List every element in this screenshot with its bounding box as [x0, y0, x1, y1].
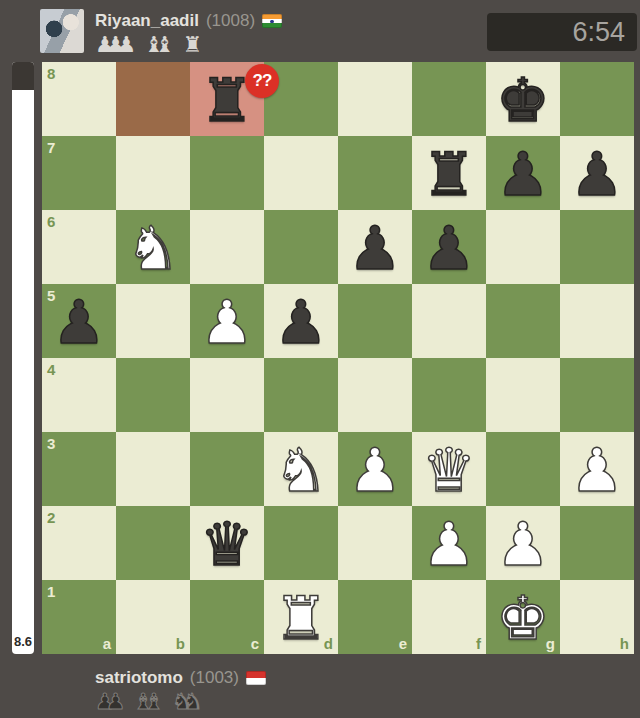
square-a5[interactable]: 5♟: [42, 284, 116, 358]
top-player-bar: Riyaan_aadil (1008) ♟♟♟♝♝♜ 6:54: [0, 0, 640, 62]
square-d3[interactable]: ♞: [264, 432, 338, 506]
square-e3[interactable]: ♟: [338, 432, 412, 506]
square-g1[interactable]: g♚: [486, 580, 560, 654]
piece-white-pawn-g2[interactable]: ♟: [486, 506, 560, 580]
piece-black-queen-c2[interactable]: ♛: [190, 506, 264, 580]
piece-white-pawn-f2[interactable]: ♟: [412, 506, 486, 580]
square-g2[interactable]: ♟: [486, 506, 560, 580]
square-e5[interactable]: [338, 284, 412, 358]
square-h6[interactable]: [560, 210, 634, 284]
square-c5[interactable]: ♟: [190, 284, 264, 358]
piece-black-pawn-h7[interactable]: ♟: [560, 136, 634, 210]
square-a1[interactable]: 1a: [42, 580, 116, 654]
square-h2[interactable]: [560, 506, 634, 580]
square-f4[interactable]: [412, 358, 486, 432]
square-d6[interactable]: [264, 210, 338, 284]
square-c4[interactable]: [190, 358, 264, 432]
top-player-avatar[interactable]: [40, 9, 84, 53]
square-b5[interactable]: [116, 284, 190, 358]
captured-bishop-icon: ♝: [144, 690, 164, 714]
piece-white-knight-d3[interactable]: ♞: [264, 432, 338, 506]
square-g5[interactable]: [486, 284, 560, 358]
piece-white-queen-f3[interactable]: ♛: [412, 432, 486, 506]
top-player-info[interactable]: Riyaan_aadil (1008) ♟♟♟♝♝♜: [95, 11, 282, 57]
evaluation-bar: 8.6: [12, 62, 34, 654]
square-e6[interactable]: ♟: [338, 210, 412, 284]
bottom-captured-pieces: ♟♟♝♝♞♞: [95, 690, 266, 714]
file-label-e: e: [399, 636, 407, 651]
square-h8[interactable]: [560, 62, 634, 136]
piece-black-king-g8[interactable]: ♚: [486, 62, 560, 136]
square-a4[interactable]: 4: [42, 358, 116, 432]
square-f8[interactable]: [412, 62, 486, 136]
square-c1[interactable]: c: [190, 580, 264, 654]
piece-white-rook-d1[interactable]: ♜: [264, 580, 338, 654]
bottom-player-rating: (1003): [190, 668, 239, 688]
top-player-name: Riyaan_aadil: [95, 11, 199, 31]
square-d5[interactable]: ♟: [264, 284, 338, 358]
file-label-a: a: [103, 636, 111, 651]
captured-group-pawn: ♟♟♟: [95, 33, 136, 57]
square-b4[interactable]: [116, 358, 190, 432]
captured-group-knight: ♞♞: [172, 690, 202, 714]
square-c6[interactable]: [190, 210, 264, 284]
square-d7[interactable]: [264, 136, 338, 210]
indonesia-flag-icon: [246, 671, 266, 685]
piece-white-pawn-h3[interactable]: ♟: [560, 432, 634, 506]
square-a2[interactable]: 2: [42, 506, 116, 580]
captured-bishop-icon: ♝: [155, 33, 175, 57]
rank-label-8: 8: [47, 66, 55, 81]
square-g6[interactable]: [486, 210, 560, 284]
square-b6[interactable]: ♞: [116, 210, 190, 284]
top-player-rating: (1008): [206, 11, 255, 31]
square-c2[interactable]: ♛: [190, 506, 264, 580]
rank-label-2: 2: [47, 510, 55, 525]
square-b3[interactable]: [116, 432, 190, 506]
captured-pawn-icon: ♟: [116, 33, 136, 57]
rank-label-3: 3: [47, 436, 55, 451]
square-b2[interactable]: [116, 506, 190, 580]
rank-label-6: 6: [47, 214, 55, 229]
bottom-player-name: satriotomo: [95, 668, 183, 688]
square-e2[interactable]: [338, 506, 412, 580]
square-f6[interactable]: ♟: [412, 210, 486, 284]
rank-label-4: 4: [47, 362, 55, 377]
file-label-f: f: [476, 636, 481, 651]
square-f1[interactable]: f: [412, 580, 486, 654]
piece-black-pawn-d5[interactable]: ♟: [264, 284, 338, 358]
file-label-h: h: [620, 636, 629, 651]
blunder-badge: ??: [245, 64, 279, 98]
top-clock-time: 6:54: [572, 17, 625, 48]
evaluation-score: 8.6: [12, 634, 34, 649]
square-h4[interactable]: [560, 358, 634, 432]
rank-label-7: 7: [47, 140, 55, 155]
square-b8[interactable]: [116, 62, 190, 136]
square-a6[interactable]: 6: [42, 210, 116, 284]
square-d2[interactable]: [264, 506, 338, 580]
square-g7[interactable]: ♟: [486, 136, 560, 210]
square-a3[interactable]: 3: [42, 432, 116, 506]
square-h3[interactable]: ♟: [560, 432, 634, 506]
piece-white-knight-b6[interactable]: ♞: [116, 210, 190, 284]
captured-group-pawn: ♟♟: [95, 690, 125, 714]
square-d4[interactable]: [264, 358, 338, 432]
square-e1[interactable]: e: [338, 580, 412, 654]
piece-black-pawn-f6[interactable]: ♟: [412, 210, 486, 284]
top-player-clock: 6:54: [487, 13, 637, 51]
rank-label-1: 1: [47, 584, 55, 599]
piece-black-pawn-e6[interactable]: ♟: [338, 210, 412, 284]
file-label-b: b: [176, 636, 185, 651]
captured-group-bishop: ♝♝: [133, 690, 163, 714]
piece-white-pawn-e3[interactable]: ♟: [338, 432, 412, 506]
piece-white-pawn-c5[interactable]: ♟: [190, 284, 264, 358]
square-g3[interactable]: [486, 432, 560, 506]
india-flag-icon: [262, 14, 282, 28]
bottom-player-bar: satriotomo (1003) ♟♟♝♝♞♞ 2:54: [0, 660, 640, 718]
square-b7[interactable]: [116, 136, 190, 210]
captured-rook-icon: ♜: [183, 33, 203, 57]
captured-knight-icon: ♞: [183, 690, 203, 714]
file-label-c: c: [251, 636, 259, 651]
chess-board[interactable]: ?? 8♜♚7♜♟♟6♞♟♟5♟♟♟43♞♟♛♟2♛♟♟1abcd♜efg♚h: [42, 62, 634, 654]
square-h7[interactable]: ♟: [560, 136, 634, 210]
square-c3[interactable]: [190, 432, 264, 506]
square-f7[interactable]: ♜: [412, 136, 486, 210]
evaluation-black-segment: [12, 62, 34, 90]
square-b1[interactable]: b: [116, 580, 190, 654]
captured-group-rook: ♜: [183, 33, 203, 57]
square-f3[interactable]: ♛: [412, 432, 486, 506]
piece-white-king-g1[interactable]: ♚: [486, 580, 560, 654]
top-captured-pieces: ♟♟♟♝♝♜: [95, 33, 282, 57]
bottom-player-info[interactable]: satriotomo (1003) ♟♟♝♝♞♞: [95, 668, 266, 714]
piece-black-pawn-a5[interactable]: ♟: [42, 284, 116, 358]
piece-black-rook-f7[interactable]: ♜: [412, 136, 486, 210]
square-g4[interactable]: [486, 358, 560, 432]
square-f5[interactable]: [412, 284, 486, 358]
square-e8[interactable]: [338, 62, 412, 136]
piece-black-pawn-g7[interactable]: ♟: [486, 136, 560, 210]
square-e7[interactable]: [338, 136, 412, 210]
square-d1[interactable]: d♜: [264, 580, 338, 654]
square-e4[interactable]: [338, 358, 412, 432]
square-a7[interactable]: 7: [42, 136, 116, 210]
square-h5[interactable]: [560, 284, 634, 358]
captured-group-bishop: ♝♝: [144, 33, 174, 57]
square-h1[interactable]: h: [560, 580, 634, 654]
square-c7[interactable]: [190, 136, 264, 210]
captured-pawn-icon: ♟: [106, 690, 126, 714]
square-a8[interactable]: 8: [42, 62, 116, 136]
square-f2[interactable]: ♟: [412, 506, 486, 580]
square-g8[interactable]: ♚: [486, 62, 560, 136]
